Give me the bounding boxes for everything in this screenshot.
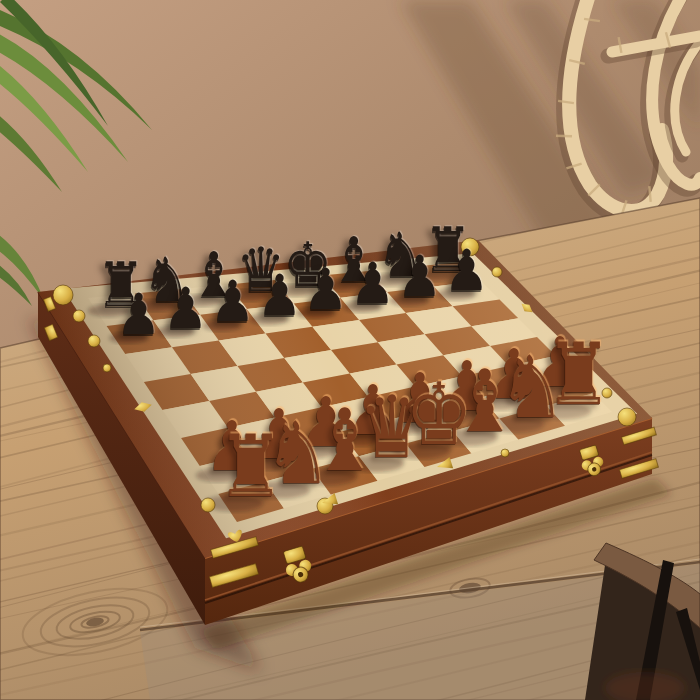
brass-circle-inlay	[492, 267, 502, 277]
brass-circle-inlay	[461, 238, 479, 256]
brass-circle-inlay	[501, 449, 509, 457]
chair-wrap-band	[556, 136, 572, 137]
brass-circle-inlay	[201, 498, 215, 512]
brass-circle-inlay	[618, 408, 636, 426]
brass-circle-inlay	[73, 310, 85, 322]
brass-circle-inlay	[53, 285, 73, 305]
brass-circle-inlay	[88, 335, 100, 347]
scene-svg	[0, 0, 700, 700]
brass-circle-inlay	[103, 364, 111, 372]
scene-photo: ♜♞♝♛♚♝♞♜♟♟♟♟♟♟♟♟♟♟♟♟♟♟♟♟♜♞♝♛♚♝♞♜	[0, 0, 700, 700]
chair-wrap-band	[649, 186, 650, 202]
brass-circle-inlay	[602, 388, 612, 398]
